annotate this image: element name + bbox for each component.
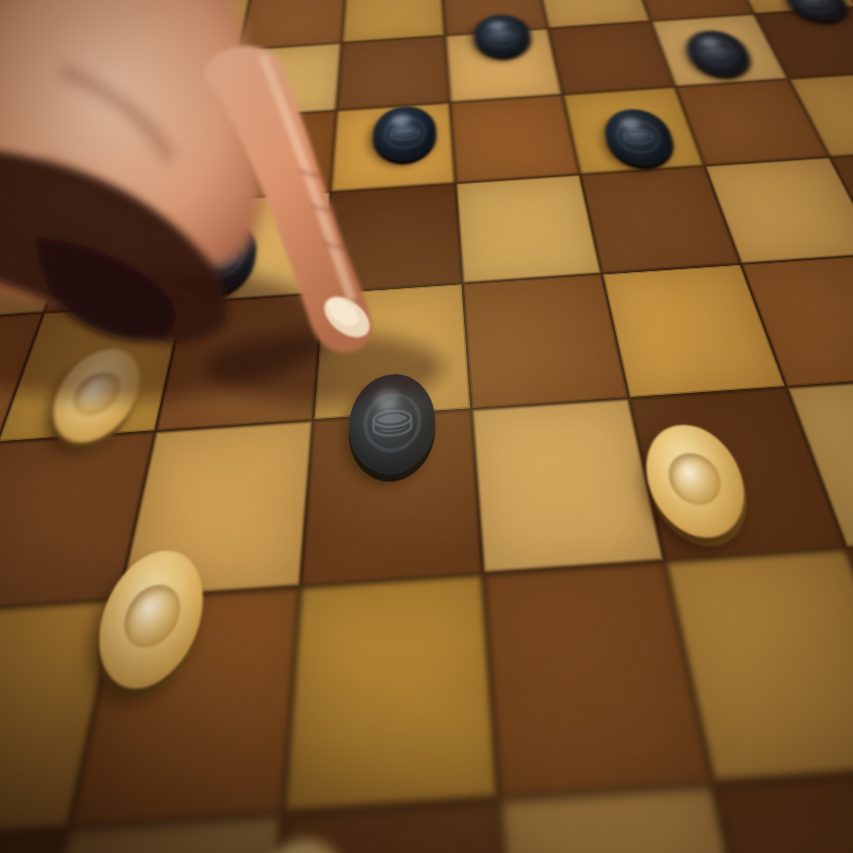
board-square[interactable] (136, 0, 250, 57)
dark-checker-glyph: ⛂ (794, 0, 835, 11)
dark-checker-glyph: ⛂ (697, 40, 737, 64)
light-checker-glyph: ⛀ (69, 368, 124, 416)
board-square[interactable] (206, 111, 335, 200)
board-square[interactable] (0, 831, 66, 853)
board-square[interactable] (450, 95, 578, 182)
dark-checker-glyph: ⛂ (197, 238, 241, 275)
board-square[interactable] (156, 294, 321, 430)
checkers-board: ⛂⛂⛂⛂⛂⛂⛂⛀⛀⛀⛀⛀ (0, 0, 853, 853)
board-square[interactable] (463, 274, 627, 408)
board-square[interactable] (337, 36, 448, 110)
board-square[interactable] (472, 399, 662, 572)
dark-checker-glyph: ⛂ (369, 394, 415, 446)
board-square[interactable] (239, 0, 345, 50)
board-square[interactable] (224, 43, 340, 117)
dark-checker-glyph: ⛂ (485, 23, 517, 46)
board-square[interactable] (323, 184, 460, 292)
board-square[interactable] (715, 771, 853, 853)
checkers-photo-scene: ⛂⛂⛂⛂⛂⛂⛂⛀⛀⛀⛀⛀ (0, 0, 853, 853)
board-square[interactable] (342, 0, 443, 42)
dark-checker-glyph: ⛂ (388, 117, 421, 146)
light-checker-glyph: ⛀ (119, 579, 184, 649)
dark-checker-glyph: ⛂ (617, 121, 659, 151)
board-square[interactable] (456, 175, 600, 282)
board-square[interactable] (285, 576, 496, 812)
light-checker-glyph: ⛀ (663, 448, 725, 506)
board-square[interactable] (548, 22, 673, 94)
